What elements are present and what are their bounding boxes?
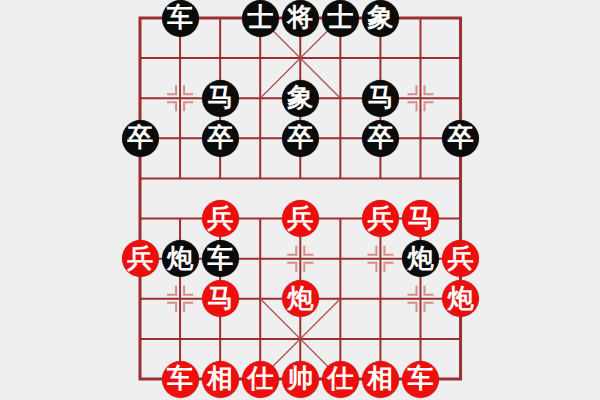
piece-red-soldier[interactable]: 兵 xyxy=(362,200,399,237)
piece-black-advisor[interactable]: 士 xyxy=(322,0,359,37)
piece-black-soldier[interactable]: 卒 xyxy=(362,120,399,157)
piece-black-advisor[interactable]: 士 xyxy=(242,0,279,37)
piece-black-cannon[interactable]: 炮 xyxy=(402,240,439,277)
piece-red-soldier[interactable]: 兵 xyxy=(122,240,159,277)
piece-red-cannon[interactable]: 炮 xyxy=(442,280,479,317)
piece-black-chariot[interactable]: 车 xyxy=(162,0,199,37)
piece-black-elephant[interactable]: 象 xyxy=(282,80,319,117)
piece-red-general[interactable]: 帅 xyxy=(282,361,319,398)
piece-red-horse[interactable]: 马 xyxy=(202,280,239,317)
piece-red-soldier[interactable]: 兵 xyxy=(202,200,239,237)
piece-red-cannon[interactable]: 炮 xyxy=(282,280,319,317)
piece-red-horse[interactable]: 马 xyxy=(402,200,439,237)
piece-black-soldier[interactable]: 卒 xyxy=(282,120,319,157)
piece-black-cannon[interactable]: 炮 xyxy=(162,240,199,277)
xiangqi-app: 车士将士象马象马卒卒卒卒卒兵兵兵马兵炮车炮兵马炮炮车相仕帅仕相车 xyxy=(0,0,600,400)
xiangqi-board[interactable]: 车士将士象马象马卒卒卒卒卒兵兵兵马兵炮车炮兵马炮炮车相仕帅仕相车 xyxy=(120,0,481,400)
piece-black-soldier[interactable]: 卒 xyxy=(122,120,159,157)
piece-red-elephant[interactable]: 相 xyxy=(202,361,239,398)
piece-red-advisor[interactable]: 仕 xyxy=(242,361,279,398)
piece-black-horse[interactable]: 马 xyxy=(362,80,399,117)
piece-red-chariot[interactable]: 车 xyxy=(402,361,439,398)
piece-black-chariot[interactable]: 车 xyxy=(202,240,239,277)
piece-black-soldier[interactable]: 卒 xyxy=(442,120,479,157)
piece-red-soldier[interactable]: 兵 xyxy=(442,240,479,277)
piece-red-elephant[interactable]: 相 xyxy=(362,361,399,398)
piece-black-general[interactable]: 将 xyxy=(282,0,319,37)
piece-red-advisor[interactable]: 仕 xyxy=(322,361,359,398)
piece-black-elephant[interactable]: 象 xyxy=(362,0,399,37)
piece-red-chariot[interactable]: 车 xyxy=(162,361,199,398)
piece-red-soldier[interactable]: 兵 xyxy=(282,200,319,237)
piece-black-horse[interactable]: 马 xyxy=(202,80,239,117)
piece-black-soldier[interactable]: 卒 xyxy=(202,120,239,157)
